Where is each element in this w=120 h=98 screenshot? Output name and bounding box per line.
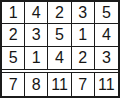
grid-main-rows: 1 4 2 3 5 2 3 5 1 4 5 1 4 2 3 — [2, 2, 118, 70]
grid-cell-r2c5: 4 — [95, 24, 118, 46]
grid-cell-r1c5: 5 — [95, 2, 118, 24]
grid-cell-r3c2: 1 — [25, 47, 48, 69]
grid-cell-r1c4: 3 — [72, 2, 95, 24]
grid-cell-r1c3: 2 — [48, 2, 71, 24]
grid-cell-r3c5: 3 — [95, 47, 118, 69]
grid-cell-r1c1: 1 — [2, 2, 25, 24]
grid-cell-r4c5: 11 — [95, 73, 118, 96]
grid-cell-r2c4: 1 — [72, 24, 95, 46]
grid-cell-r4c2: 8 — [25, 73, 48, 96]
grid-cell-r2c3: 5 — [48, 24, 71, 46]
grid-cell-r2c2: 3 — [25, 24, 48, 46]
grid-cell-r4c4: 7 — [72, 73, 95, 96]
grid-cell-r3c3: 4 — [48, 47, 71, 69]
grid-cell-r1c2: 4 — [25, 2, 48, 24]
grid-cell-r4c3: 11 — [48, 73, 71, 96]
grid-bottom-row: 7 8 11 7 11 — [2, 72, 118, 96]
grid-cell-r2c1: 2 — [2, 24, 25, 46]
grid-cell-r3c4: 2 — [72, 47, 95, 69]
grid-cell-r3c1: 5 — [2, 47, 25, 69]
number-grid-board: 1 4 2 3 5 2 3 5 1 4 5 1 4 2 3 7 8 11 7 1… — [0, 0, 120, 98]
grid-cell-r4c1: 7 — [2, 73, 25, 96]
